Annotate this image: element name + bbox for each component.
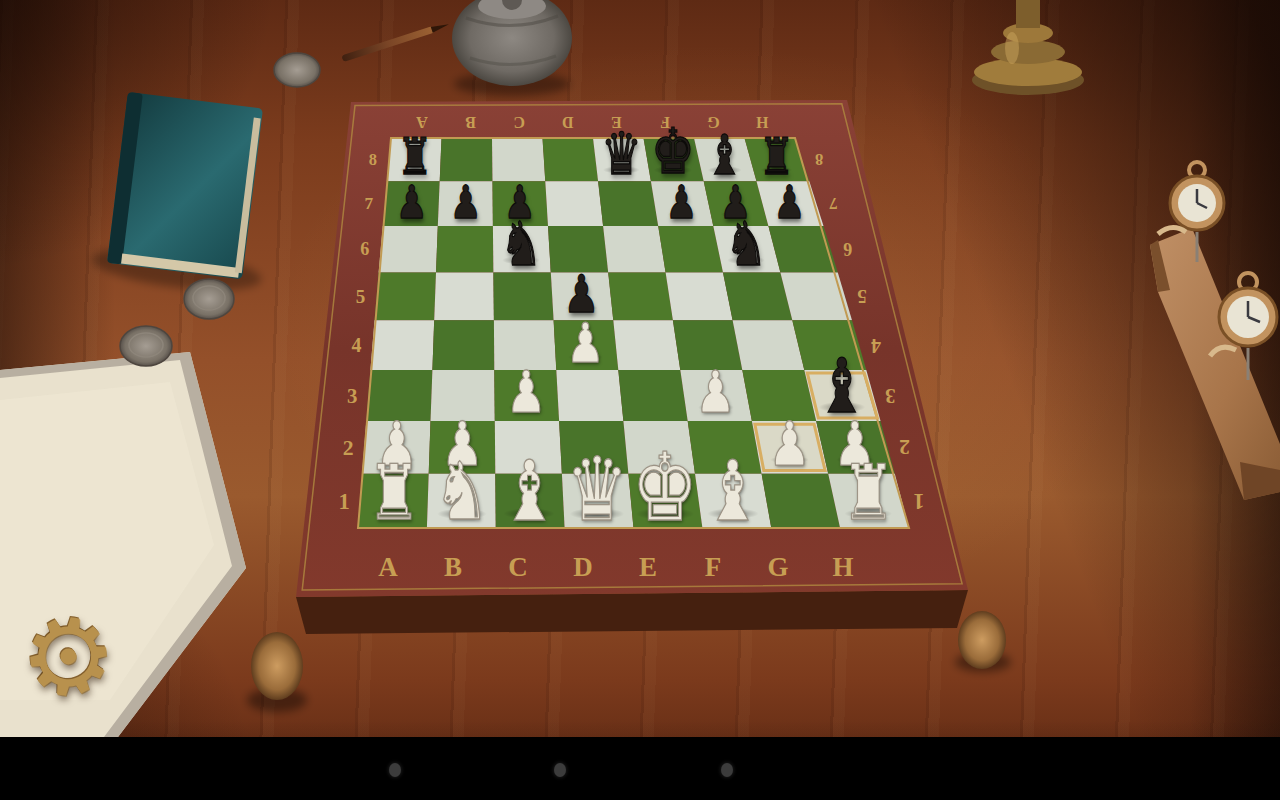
piece-black-knight-g6[interactable]: ♞ xyxy=(725,214,768,275)
nav-home-button[interactable] xyxy=(554,763,566,777)
square-d7[interactable] xyxy=(545,181,603,226)
piece-white-queen-d1[interactable]: ♛ xyxy=(566,445,628,533)
board-coordinate-label: 3 xyxy=(347,384,357,408)
board-coordinate-label: 6 xyxy=(360,239,369,259)
square-g4[interactable] xyxy=(733,320,805,370)
board-coordinate-label: 7 xyxy=(364,194,373,213)
nav-back-button[interactable] xyxy=(389,763,401,777)
piece-black-rook-h8[interactable]: ♜ xyxy=(759,132,794,182)
board-coordinate-label: 4 xyxy=(351,334,361,356)
square-a5[interactable] xyxy=(375,272,437,320)
board-coordinate-label: 1 xyxy=(913,489,924,514)
piece-white-bishop-c1[interactable]: ♝ xyxy=(500,449,558,532)
board-coordinate-label: 2 xyxy=(343,436,354,460)
nav-recents-button[interactable] xyxy=(721,763,733,777)
chess-app-screen: { "game": "chess", "app": { "view": "3d-… xyxy=(0,0,1280,800)
square-g1[interactable] xyxy=(762,474,841,528)
brass-candlestick xyxy=(972,0,1084,95)
piece-black-pawn-f7[interactable]: ♟ xyxy=(666,180,698,226)
quill-pen-icon xyxy=(341,21,450,62)
square-f5[interactable] xyxy=(666,272,733,320)
board-box-side xyxy=(296,590,968,634)
square-b4[interactable] xyxy=(432,320,494,370)
board-coordinate-label: 1 xyxy=(338,489,349,514)
board-coordinate-label: 6 xyxy=(843,239,852,259)
board-coordinate-label: C xyxy=(513,114,525,131)
piece-white-rook-a1[interactable]: ♜ xyxy=(367,455,420,531)
piece-white-pawn-d4[interactable]: ♟ xyxy=(566,315,604,370)
piece-white-pawn-f3[interactable]: ♟ xyxy=(695,363,736,421)
board-coordinate-label: 5 xyxy=(857,286,867,307)
piece-white-rook-h1[interactable]: ♜ xyxy=(841,455,894,531)
piece-white-king-e1[interactable]: ♚ xyxy=(632,440,698,534)
square-a4[interactable] xyxy=(370,320,434,370)
board-coordinate-label: D xyxy=(573,552,593,582)
square-a6[interactable] xyxy=(379,226,438,272)
square-e3[interactable] xyxy=(618,370,687,421)
piece-black-pawn-b7[interactable]: ♟ xyxy=(450,180,482,226)
double-clock-stand xyxy=(1150,162,1280,500)
piece-white-bishop-f1[interactable]: ♝ xyxy=(703,449,761,532)
square-g5[interactable] xyxy=(723,272,792,320)
square-f6[interactable] xyxy=(658,226,723,272)
square-b8[interactable] xyxy=(440,138,493,181)
piece-black-rook-a8[interactable]: ♜ xyxy=(397,132,432,182)
piece-black-queen-e8[interactable]: ♛ xyxy=(601,126,642,184)
board-coordinate-label: B xyxy=(465,114,476,131)
square-d8[interactable] xyxy=(543,138,599,181)
square-e4[interactable] xyxy=(613,320,680,370)
square-d3[interactable] xyxy=(556,370,623,421)
board-coordinate-label: 2 xyxy=(899,435,910,459)
teal-book xyxy=(90,90,282,297)
board-coordinate-label: 4 xyxy=(871,335,881,357)
board-coordinate-label: G xyxy=(767,552,788,582)
square-b5[interactable] xyxy=(434,272,494,320)
square-c5[interactable] xyxy=(493,272,553,320)
board-coordinate-label: C xyxy=(508,552,528,582)
board-coordinate-label: 8 xyxy=(369,150,377,169)
piece-white-pawn-g2[interactable]: ♟ xyxy=(768,413,811,474)
piece-white-knight-b1[interactable]: ♞ xyxy=(434,452,490,532)
board-coordinate-label: H xyxy=(832,552,853,582)
piece-black-knight-c6[interactable]: ♞ xyxy=(500,214,543,275)
board-coordinate-label: B xyxy=(444,552,462,582)
board-coordinate-label: 8 xyxy=(815,150,823,169)
board-coordinate-label: A xyxy=(378,552,398,582)
pewter-inkwell xyxy=(452,0,572,96)
board-coordinate-label: 7 xyxy=(829,194,838,213)
settings-gear-button[interactable]: ⚙ xyxy=(0,588,138,727)
square-b6[interactable] xyxy=(436,226,493,272)
piece-black-pawn-a7[interactable]: ♟ xyxy=(396,180,428,226)
piece-black-bishop-g8[interactable]: ♝ xyxy=(705,128,744,183)
piece-black-pawn-h7[interactable]: ♟ xyxy=(773,180,805,226)
board-coordinate-label: D xyxy=(562,114,574,131)
board-coordinate-label: F xyxy=(705,552,722,582)
board-coordinate-label: 3 xyxy=(885,384,895,408)
piece-white-pawn-c3[interactable]: ♟ xyxy=(506,363,547,421)
square-e5[interactable] xyxy=(608,272,673,320)
android-nav-bar xyxy=(0,737,1280,800)
square-e6[interactable] xyxy=(603,226,666,272)
square-c8[interactable] xyxy=(492,138,545,181)
board-coordinate-label: 5 xyxy=(356,286,366,307)
board-coordinate-label: E xyxy=(639,552,657,582)
